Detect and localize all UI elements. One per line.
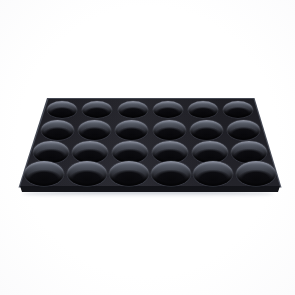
- product-photo: [0, 0, 295, 295]
- muffin-cup-r1-c3: [118, 101, 148, 118]
- muffin-cup-grid: [0, 0, 295, 295]
- muffin-cup-r2-c1: [41, 120, 74, 140]
- muffin-cup-r3-c3: [112, 141, 148, 163]
- muffin-cup-r2-c2: [78, 120, 111, 140]
- muffin-cup-r4-c1: [24, 161, 64, 186]
- muffin-cup-r1-c5: [188, 101, 218, 118]
- muffin-cup-r3-c1: [33, 141, 69, 163]
- muffin-cup-r2-c5: [190, 120, 223, 140]
- muffin-cup-r3-c4: [152, 141, 188, 163]
- muffin-cup-r4-c3: [109, 161, 149, 186]
- muffin-cup-r4-c2: [67, 161, 107, 186]
- muffin-cup-r1-c1: [47, 101, 77, 118]
- muffin-cup-r4-c5: [193, 161, 233, 186]
- muffin-cup-r2-c4: [153, 120, 186, 140]
- muffin-cup-r4-c4: [151, 161, 191, 186]
- muffin-cup-r2-c3: [115, 120, 148, 140]
- muffin-cup-r3-c5: [192, 141, 228, 163]
- muffin-cup-r2-c6: [227, 120, 260, 140]
- muffin-cup-r1-c4: [153, 101, 183, 118]
- muffin-cup-r1-c2: [82, 101, 112, 118]
- muffin-cup-r3-c6: [231, 141, 267, 163]
- muffin-cup-r4-c6: [236, 161, 276, 186]
- muffin-cup-r1-c6: [223, 101, 253, 118]
- muffin-cup-r3-c2: [72, 141, 108, 163]
